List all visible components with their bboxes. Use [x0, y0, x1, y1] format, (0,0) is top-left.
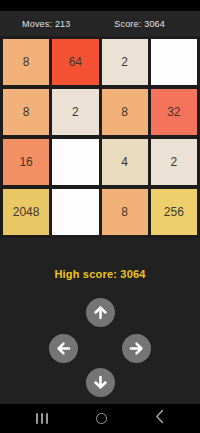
status-bar	[0, 0, 200, 11]
tile-r3c3: 256	[151, 189, 197, 235]
phone-screen: Moves: 213 Score: 3064 8 64 2 8 2 8 32 1…	[0, 0, 200, 433]
tile-r2c0: 16	[3, 139, 49, 185]
empty-cell-r3c1	[52, 189, 98, 235]
arrow-left-icon	[55, 340, 72, 357]
lower-panel: High score: 3064	[0, 238, 200, 404]
score-counter: Score: 3064	[114, 19, 165, 29]
tile-r1c3: 32	[151, 89, 197, 135]
move-down-button[interactable]	[86, 368, 115, 397]
empty-cell-r0c3	[151, 39, 197, 85]
arrow-right-icon	[128, 340, 145, 357]
arrow-up-icon	[92, 304, 109, 321]
tile-r3c2: 8	[102, 189, 148, 235]
android-nav-bar	[0, 404, 200, 433]
move-up-button[interactable]	[86, 298, 115, 327]
tile-r0c0: 8	[3, 39, 49, 85]
tile-r0c2: 2	[102, 39, 148, 85]
move-right-button[interactable]	[122, 334, 151, 363]
score-header: Moves: 213 Score: 3064	[0, 11, 200, 36]
tile-r1c2: 8	[102, 89, 148, 135]
tile-r3c0: 2048	[3, 189, 49, 235]
home-icon[interactable]	[96, 413, 107, 424]
tile-r1c0: 8	[3, 89, 49, 135]
tile-r2c3: 2	[151, 139, 197, 185]
tile-r2c2: 4	[102, 139, 148, 185]
high-score-text: High score: 3064	[0, 268, 200, 280]
move-left-button[interactable]	[49, 334, 78, 363]
arrow-down-icon	[92, 374, 109, 391]
tile-r0c1: 64	[52, 39, 98, 85]
game-board: 8 64 2 8 2 8 32 16 4 2 2048 8 256	[0, 36, 200, 238]
back-icon[interactable]	[155, 409, 164, 428]
empty-cell-r2c1	[52, 139, 98, 185]
tile-r1c1: 2	[52, 89, 98, 135]
recents-icon[interactable]	[36, 413, 48, 424]
moves-counter: Moves: 213	[22, 19, 71, 29]
